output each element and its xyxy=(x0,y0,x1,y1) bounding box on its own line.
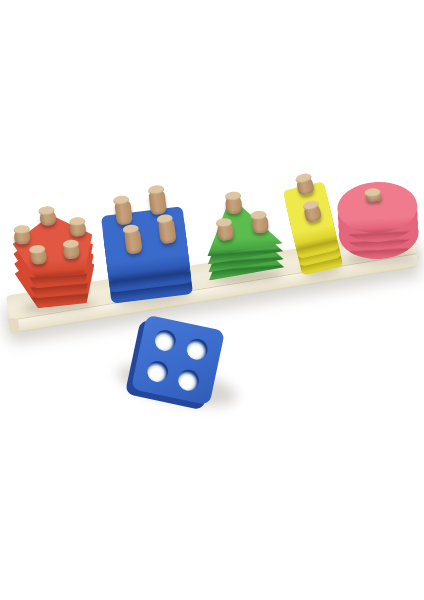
peg-hole xyxy=(153,328,178,353)
stack-triangle-green xyxy=(203,193,285,280)
wooden-peg xyxy=(30,248,47,264)
wooden-peg xyxy=(251,215,268,234)
loose-square-piece xyxy=(131,315,225,406)
stack-square-blue xyxy=(101,206,193,303)
wooden-peg xyxy=(70,221,87,237)
blue-square-piece xyxy=(101,206,190,282)
wooden-peg xyxy=(39,210,56,226)
wooden-peg xyxy=(123,228,142,255)
peg-hole xyxy=(145,359,170,384)
stack-pentagon-red xyxy=(11,212,97,309)
wooden-peg xyxy=(148,189,167,216)
wooden-peg xyxy=(63,243,80,259)
loose-square-top-face xyxy=(131,315,225,406)
wooden-peg xyxy=(217,222,234,241)
stack-circle-pink xyxy=(336,180,420,261)
peg-hole xyxy=(185,337,210,362)
wooden-peg xyxy=(226,195,243,214)
wooden-peg xyxy=(158,217,177,244)
peg-hole xyxy=(176,368,201,393)
wooden-peg xyxy=(365,192,381,202)
toy-product-photo xyxy=(0,0,424,600)
wooden-peg xyxy=(114,198,133,225)
